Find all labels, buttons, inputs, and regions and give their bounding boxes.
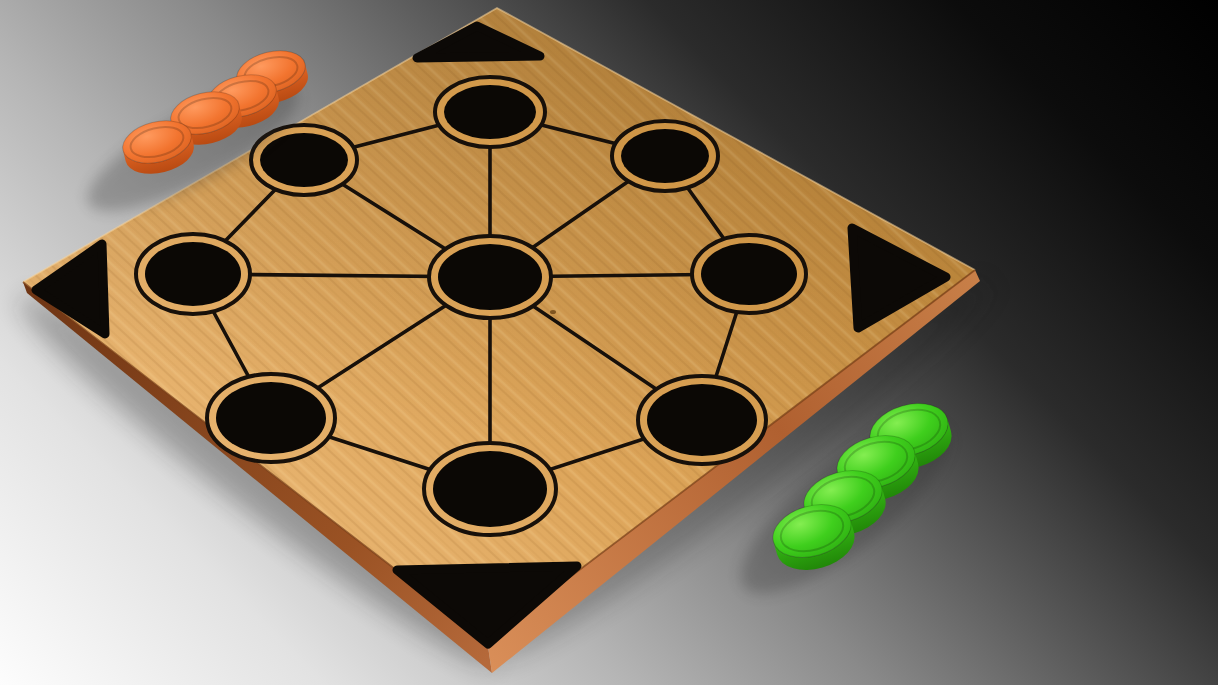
wood-knot <box>550 310 556 314</box>
point-SW[interactable] <box>207 374 335 462</box>
scene-background <box>0 0 1218 685</box>
point-W[interactable] <box>136 234 250 314</box>
point-hole <box>701 243 797 305</box>
point-hole <box>438 244 542 310</box>
point-hole <box>145 242 241 306</box>
point-hole <box>621 129 709 183</box>
game-board <box>23 8 980 673</box>
point-hole <box>647 384 757 456</box>
point-S[interactable] <box>424 443 556 535</box>
point-hole <box>216 382 326 454</box>
point-SE[interactable] <box>638 376 766 464</box>
point-E[interactable] <box>692 235 806 313</box>
point-N[interactable] <box>435 77 545 147</box>
point-hole <box>444 85 536 139</box>
point-NE[interactable] <box>612 121 718 191</box>
point-hole <box>433 451 547 527</box>
point-hole <box>260 133 348 187</box>
point-C[interactable] <box>429 236 551 318</box>
